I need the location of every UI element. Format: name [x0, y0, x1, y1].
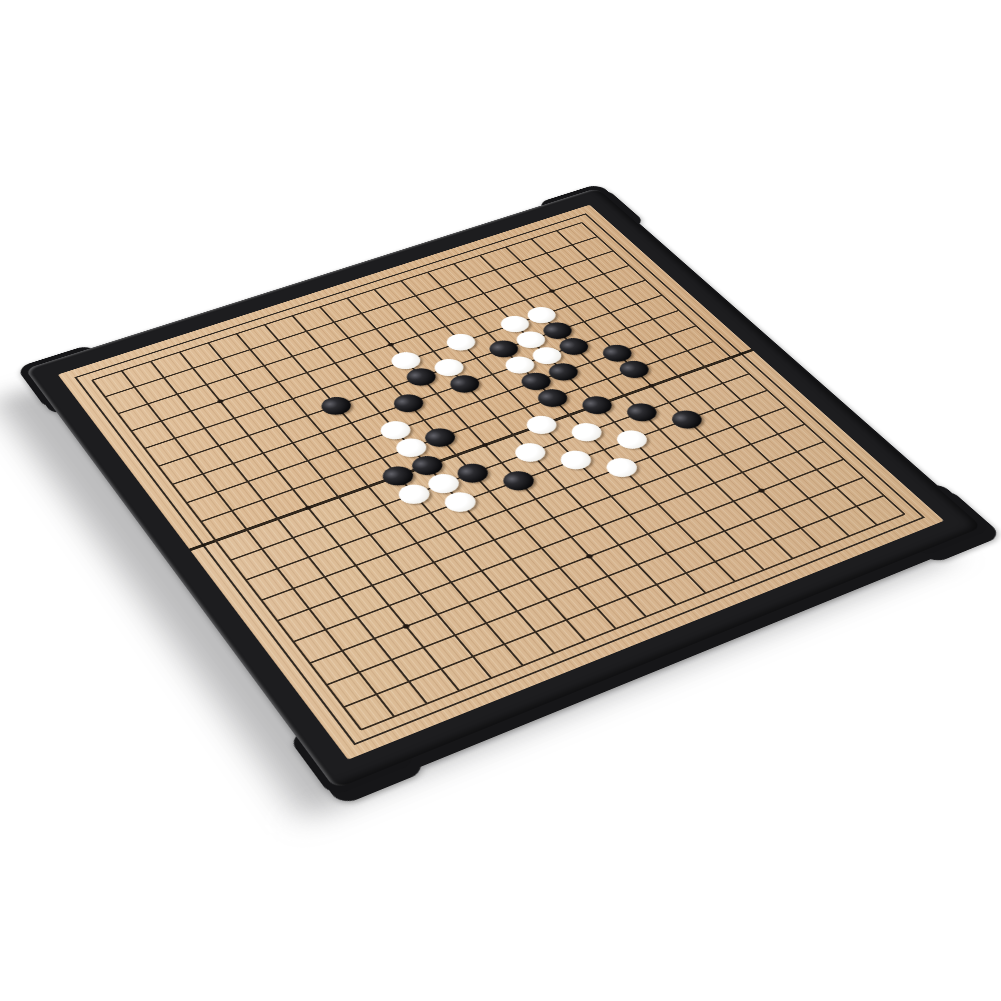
- white-stone[interactable]: [566, 420, 607, 445]
- grid-line-horizontal: [230, 373, 749, 560]
- black-stone[interactable]: [389, 391, 429, 415]
- board-frame: [25, 188, 983, 789]
- white-stone[interactable]: [442, 331, 481, 354]
- product-photo-scene: [0, 0, 1001, 1001]
- white-stone[interactable]: [510, 440, 551, 465]
- white-stone[interactable]: [555, 447, 597, 473]
- black-stone[interactable]: [621, 400, 662, 424]
- black-stone[interactable]: [577, 393, 618, 417]
- grid-line-vertical: [236, 334, 524, 666]
- white-stone[interactable]: [601, 455, 643, 481]
- go-board: [25, 188, 983, 789]
- white-stone[interactable]: [611, 427, 652, 452]
- black-stone[interactable]: [666, 407, 707, 432]
- wood-surface: [58, 205, 944, 760]
- white-stone[interactable]: [521, 413, 562, 438]
- black-stone[interactable]: [316, 394, 356, 418]
- black-stone[interactable]: [498, 468, 540, 494]
